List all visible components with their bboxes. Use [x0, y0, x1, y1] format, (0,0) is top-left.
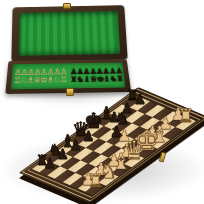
tray-dark-major-row: ♜♞♝♛♚♝♞♜: [70, 75, 123, 84]
tray-light-pieces: ♙♙♙♙♙♙♙♙ ♖♘♗♕♔♗♘♖: [11, 63, 68, 89]
product-photo-scene: ♙♙♙♙♙♙♙♙ ♖♘♗♕♔♗♘♖ ♟♟♟♟♟♟♟♟ ♜♞♝♛♚♝♞♜ ♜♞♝♛…: [0, 0, 204, 204]
lid-felt-piece-slots: [19, 11, 121, 56]
tray-dark-pieces: ♟♟♟♟♟♟♟♟ ♜♞♝♛♚♝♞♜: [68, 63, 126, 89]
brass-latch-icon: [63, 3, 71, 9]
brass-clasp-icon: [66, 88, 74, 96]
tray-felt: ♙♙♙♙♙♙♙♙ ♖♘♗♕♔♗♘♖ ♟♟♟♟♟♟♟♟ ♜♞♝♛♚♝♞♜: [11, 63, 126, 90]
box-lid: [11, 5, 127, 62]
tray-light-major-row: ♖♘♗♕♔♗♘♖: [13, 76, 66, 85]
